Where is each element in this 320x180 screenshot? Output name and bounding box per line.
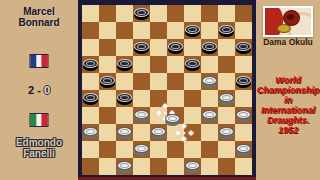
player-name-bottom: Edmondo Fanelli <box>0 137 78 159</box>
square-light[interactable] <box>184 141 201 158</box>
moving-white-man[interactable] <box>165 114 180 126</box>
info-panel: Dama Okulu World Championship in Interna… <box>256 0 320 180</box>
square-49[interactable] <box>184 158 201 175</box>
square-43[interactable] <box>167 141 184 158</box>
square-41[interactable] <box>99 141 116 158</box>
square-35[interactable] <box>235 107 252 124</box>
square-29[interactable] <box>184 90 201 107</box>
white-man[interactable] <box>219 93 234 105</box>
square-light[interactable] <box>133 56 150 73</box>
square-light[interactable] <box>218 39 235 56</box>
square-light[interactable] <box>99 90 116 107</box>
square-23[interactable] <box>167 73 184 90</box>
square-46[interactable] <box>82 158 99 175</box>
square-50[interactable] <box>218 158 235 175</box>
square-20[interactable] <box>218 56 235 73</box>
square-32[interactable] <box>133 107 150 124</box>
square-37[interactable] <box>116 124 133 141</box>
square-4[interactable] <box>201 5 218 22</box>
square-light[interactable] <box>99 22 116 39</box>
black-man[interactable] <box>168 42 183 54</box>
white-man[interactable] <box>236 144 251 156</box>
square-10[interactable] <box>218 22 235 39</box>
black-man[interactable] <box>134 8 149 20</box>
square-light[interactable] <box>201 56 218 73</box>
event-title: World Championship in International Drau… <box>256 75 320 135</box>
square-31[interactable] <box>99 107 116 124</box>
square-light[interactable] <box>218 73 235 90</box>
logo-dark-piece-icon <box>283 10 300 26</box>
white-man[interactable] <box>219 127 234 139</box>
left-player-panel: Marcel Bonnard 2 - 0 Edmondo Fanelli <box>0 0 78 180</box>
player-bottom-first-name: Edmondo <box>0 137 78 148</box>
player-top-first-name: Marcel <box>0 6 78 17</box>
white-man[interactable] <box>83 127 98 139</box>
square-5[interactable] <box>235 5 252 22</box>
square-light[interactable] <box>201 22 218 39</box>
square-light[interactable] <box>82 5 99 22</box>
square-light[interactable] <box>235 22 252 39</box>
square-light[interactable] <box>150 73 167 90</box>
square-30[interactable] <box>218 90 235 107</box>
square-45[interactable] <box>235 141 252 158</box>
draughts-board[interactable] <box>82 5 252 175</box>
black-man[interactable] <box>185 25 200 37</box>
black-man[interactable] <box>236 42 251 54</box>
square-22[interactable] <box>133 73 150 90</box>
square-light[interactable] <box>150 141 167 158</box>
event-line: World <box>256 75 320 85</box>
white-man[interactable] <box>185 161 200 173</box>
square-40[interactable] <box>218 124 235 141</box>
square-19[interactable] <box>184 56 201 73</box>
square-light[interactable] <box>218 141 235 158</box>
square-light[interactable] <box>116 39 133 56</box>
player-bottom-last-name: Fanelli <box>0 148 78 159</box>
square-7[interactable] <box>116 22 133 39</box>
square-light[interactable] <box>201 124 218 141</box>
square-light[interactable] <box>235 56 252 73</box>
white-man[interactable] <box>134 144 149 156</box>
score-separator: - <box>37 84 41 96</box>
square-6[interactable] <box>82 22 99 39</box>
square-27[interactable] <box>116 90 133 107</box>
square-light[interactable] <box>218 107 235 124</box>
square-light[interactable] <box>82 73 99 90</box>
square-light[interactable] <box>184 39 201 56</box>
square-light[interactable] <box>82 107 99 124</box>
white-man[interactable] <box>134 110 149 122</box>
white-man[interactable] <box>117 161 132 173</box>
square-light[interactable] <box>99 56 116 73</box>
black-man[interactable] <box>117 93 132 105</box>
score-bottom: 0 <box>44 84 50 96</box>
match-score: 2 - 0 <box>0 84 78 96</box>
app-window: Marcel Bonnard 2 - 0 Edmondo Fanelli <box>0 0 320 180</box>
square-34[interactable] <box>201 107 218 124</box>
player-top-last-name: Bonnard <box>0 17 78 28</box>
square-light[interactable] <box>201 90 218 107</box>
square-light[interactable] <box>184 5 201 22</box>
square-light[interactable] <box>99 124 116 141</box>
square-18[interactable] <box>150 56 167 73</box>
square-21[interactable] <box>99 73 116 90</box>
square-light[interactable] <box>133 158 150 175</box>
italy-flag <box>30 113 49 127</box>
square-2[interactable] <box>133 5 150 22</box>
black-man[interactable] <box>219 25 234 37</box>
score-top: 2 <box>28 84 34 96</box>
square-light[interactable] <box>99 158 116 175</box>
square-light[interactable] <box>133 124 150 141</box>
france-flag <box>30 54 49 68</box>
square-44[interactable] <box>201 141 218 158</box>
black-man[interactable] <box>83 93 98 105</box>
square-14[interactable] <box>201 39 218 56</box>
event-line: 1952 <box>256 125 320 135</box>
black-man[interactable] <box>202 42 217 54</box>
square-light[interactable] <box>201 158 218 175</box>
square-light[interactable] <box>167 158 184 175</box>
board-frame <box>78 0 256 180</box>
square-38[interactable] <box>150 124 167 141</box>
player-name-top: Marcel Bonnard <box>0 6 78 28</box>
square-1[interactable] <box>99 5 116 22</box>
square-light[interactable] <box>150 39 167 56</box>
black-man[interactable] <box>134 42 149 54</box>
event-line: Draughts. <box>256 115 320 125</box>
flag-stripe <box>42 55 48 67</box>
event-line: in International <box>256 95 320 115</box>
black-man[interactable] <box>117 59 132 71</box>
move-sparkle-icon <box>176 124 193 141</box>
square-light[interactable] <box>235 158 252 175</box>
square-light[interactable] <box>150 5 167 22</box>
square-13[interactable] <box>167 39 184 56</box>
square-25[interactable] <box>235 73 252 90</box>
black-man[interactable] <box>236 76 251 88</box>
white-man[interactable] <box>236 110 251 122</box>
square-47[interactable] <box>116 158 133 175</box>
square-48[interactable] <box>150 158 167 175</box>
square-42[interactable] <box>133 141 150 158</box>
square-36[interactable] <box>82 124 99 141</box>
square-light[interactable] <box>235 124 252 141</box>
square-light[interactable] <box>82 141 99 158</box>
white-man[interactable] <box>202 110 217 122</box>
square-light[interactable] <box>116 141 133 158</box>
square-17[interactable] <box>116 56 133 73</box>
square-light[interactable] <box>235 90 252 107</box>
black-man[interactable] <box>185 59 200 71</box>
square-12[interactable] <box>133 39 150 56</box>
black-man[interactable] <box>100 76 115 88</box>
white-man[interactable] <box>202 76 217 88</box>
square-light[interactable] <box>116 107 133 124</box>
flag-stripe <box>42 114 48 126</box>
square-9[interactable] <box>184 22 201 39</box>
event-line: Championship <box>256 85 320 95</box>
square-light[interactable] <box>184 107 201 124</box>
logo-caption: Dama Okulu <box>256 37 320 47</box>
square-26[interactable] <box>82 90 99 107</box>
white-man[interactable] <box>117 127 132 139</box>
square-11[interactable] <box>99 39 116 56</box>
square-light[interactable] <box>167 22 184 39</box>
square-16[interactable] <box>82 56 99 73</box>
square-light[interactable] <box>167 56 184 73</box>
square-light[interactable] <box>133 90 150 107</box>
square-24[interactable] <box>201 73 218 90</box>
square-8[interactable] <box>150 22 167 39</box>
black-man[interactable] <box>83 59 98 71</box>
square-light[interactable] <box>133 22 150 39</box>
square-light[interactable] <box>116 5 133 22</box>
square-15[interactable] <box>235 39 252 56</box>
white-man[interactable] <box>151 127 166 139</box>
square-3[interactable] <box>167 5 184 22</box>
dama-okulu-logo <box>263 6 313 37</box>
square-light[interactable] <box>82 39 99 56</box>
square-light[interactable] <box>184 73 201 90</box>
square-light[interactable] <box>218 5 235 22</box>
square-light[interactable] <box>116 73 133 90</box>
